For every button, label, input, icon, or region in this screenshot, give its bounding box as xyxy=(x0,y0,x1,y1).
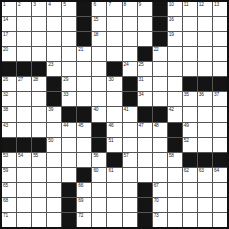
cell-r13c14[interactable] xyxy=(198,183,212,197)
cell-r7c12[interactable] xyxy=(168,92,182,106)
cell-r7c14[interactable]: 36 xyxy=(198,92,212,106)
cell-r7c9 xyxy=(123,92,137,106)
cell-r11c7[interactable]: 56 xyxy=(92,153,106,167)
clue-number: 16 xyxy=(169,17,174,22)
cell-r4c15[interactable] xyxy=(213,47,227,61)
cell-r5c12[interactable] xyxy=(168,62,182,76)
cell-r8c7[interactable]: 40 xyxy=(92,107,106,121)
cell-r11c4[interactable] xyxy=(47,153,61,167)
cell-r1c8[interactable]: 7 xyxy=(107,2,121,16)
cell-r11c11[interactable] xyxy=(153,153,167,167)
clue-number: 9 xyxy=(139,2,141,7)
cell-r3c9[interactable] xyxy=(123,32,137,46)
cell-r14c10 xyxy=(138,198,152,212)
clue-number: 26 xyxy=(3,77,8,82)
cell-r10c6[interactable] xyxy=(77,138,91,152)
cell-r1c15[interactable]: 13 xyxy=(213,2,227,16)
cell-r7c13[interactable]: 35 xyxy=(183,92,197,106)
cell-r1c5[interactable]: 5 xyxy=(62,2,76,16)
clue-number: 53 xyxy=(3,153,8,158)
cell-r5c6[interactable] xyxy=(77,62,91,76)
cell-r8c11 xyxy=(153,107,167,121)
cell-r4c7[interactable] xyxy=(92,47,106,61)
cell-r5c1 xyxy=(2,62,16,76)
clue-number: 19 xyxy=(169,32,174,37)
cell-r9c1[interactable]: 43 xyxy=(2,123,16,137)
cell-r7c4 xyxy=(47,92,61,106)
cell-r9c14[interactable] xyxy=(198,123,212,137)
cell-r6c5[interactable]: 29 xyxy=(62,77,76,91)
cell-r9c3[interactable] xyxy=(32,123,46,137)
cell-r12c6 xyxy=(77,168,91,182)
cell-r12c7[interactable]: 60 xyxy=(92,168,106,182)
clue-number: 51 xyxy=(108,138,113,143)
cell-r11c9[interactable]: 57 xyxy=(123,153,137,167)
clue-number: 10 xyxy=(169,2,174,7)
cell-r15c2[interactable] xyxy=(17,213,31,227)
cell-r14c12[interactable] xyxy=(168,198,182,212)
cell-r15c12[interactable] xyxy=(168,213,182,227)
cell-r3c13[interactable] xyxy=(183,32,197,46)
cell-r6c13 xyxy=(183,77,197,91)
cell-r14c7[interactable] xyxy=(92,198,106,212)
cell-r13c11[interactable]: 67 xyxy=(153,183,167,197)
cell-r1c9[interactable]: 8 xyxy=(123,2,137,16)
cell-r5c3 xyxy=(32,62,46,76)
clue-number: 45 xyxy=(78,123,83,128)
cell-r3c12[interactable]: 19 xyxy=(168,32,182,46)
cell-r10c1 xyxy=(2,138,16,152)
cell-r5c5[interactable] xyxy=(62,62,76,76)
cell-r14c8[interactable] xyxy=(107,198,121,212)
cell-r1c13[interactable]: 11 xyxy=(183,2,197,16)
clue-number: 4 xyxy=(48,2,50,7)
cell-r3c14[interactable] xyxy=(198,32,212,46)
clue-number: 63 xyxy=(199,168,204,173)
clue-number: 50 xyxy=(48,138,53,143)
clue-number: 2 xyxy=(18,2,20,7)
cell-r12c15[interactable]: 64 xyxy=(213,168,227,182)
cell-r7c1[interactable]: 32 xyxy=(2,92,16,106)
cell-r15c8[interactable] xyxy=(107,213,121,227)
cell-r8c3[interactable] xyxy=(32,107,46,121)
cell-r9c8[interactable]: 46 xyxy=(107,123,121,137)
clue-number: 71 xyxy=(3,213,8,218)
cell-r5c10[interactable]: 25 xyxy=(138,62,152,76)
cell-r7c15[interactable]: 37 xyxy=(213,92,227,106)
cell-r6c14 xyxy=(198,77,212,91)
cell-r2c11 xyxy=(153,17,167,31)
cell-r4c5[interactable] xyxy=(62,47,76,61)
cell-r11c8 xyxy=(107,153,121,167)
cell-r5c7[interactable] xyxy=(92,62,106,76)
clue-number: 73 xyxy=(154,213,159,218)
cell-r10c14[interactable] xyxy=(198,138,212,152)
clue-number: 67 xyxy=(154,183,159,188)
cell-r11c6[interactable] xyxy=(77,153,91,167)
cell-r10c11[interactable] xyxy=(153,138,167,152)
cell-r2c3[interactable] xyxy=(32,17,46,31)
cell-r12c12[interactable] xyxy=(168,168,182,182)
cell-r9c4[interactable] xyxy=(47,123,61,137)
cell-r4c12[interactable] xyxy=(168,47,182,61)
cell-r4c1[interactable]: 20 xyxy=(2,47,16,61)
cell-r2c5[interactable] xyxy=(62,17,76,31)
cell-r14c15[interactable] xyxy=(213,198,227,212)
cell-r9c9[interactable] xyxy=(123,123,137,137)
cell-r5c2 xyxy=(17,62,31,76)
cell-r2c2[interactable] xyxy=(17,17,31,31)
cell-r8c15[interactable] xyxy=(213,107,227,121)
cell-r13c5 xyxy=(62,183,76,197)
clue-number: 55 xyxy=(33,153,38,158)
cell-r12c9[interactable] xyxy=(123,168,137,182)
cell-r2c7[interactable]: 15 xyxy=(92,17,106,31)
clue-number: 60 xyxy=(93,168,98,173)
cell-r4c2[interactable] xyxy=(17,47,31,61)
cell-r13c7[interactable] xyxy=(92,183,106,197)
cell-r6c9 xyxy=(123,77,137,91)
cell-r4c13[interactable] xyxy=(183,47,197,61)
clue-number: 24 xyxy=(124,62,129,67)
cell-r11c1[interactable]: 53 xyxy=(2,153,16,167)
clue-number: 15 xyxy=(93,17,98,22)
cell-r15c15[interactable] xyxy=(213,213,227,227)
clue-number: 20 xyxy=(3,47,8,52)
cell-r13c6[interactable]: 66 xyxy=(77,183,91,197)
cell-r9c11[interactable]: 48 xyxy=(153,123,167,137)
cell-r10c2 xyxy=(17,138,31,152)
clue-number: 17 xyxy=(3,32,8,37)
cell-r2c4[interactable] xyxy=(47,17,61,31)
cell-r8c4[interactable]: 39 xyxy=(47,107,61,121)
cell-r6c11[interactable] xyxy=(153,77,167,91)
cell-r3c6 xyxy=(77,32,91,46)
cell-r4c6[interactable]: 21 xyxy=(77,47,91,61)
cell-r6c2[interactable]: 27 xyxy=(17,77,31,91)
clue-number: 40 xyxy=(93,107,98,112)
cell-r13c9[interactable] xyxy=(123,183,137,197)
cell-r9c15[interactable] xyxy=(213,123,227,137)
cell-r8c8[interactable] xyxy=(107,107,121,121)
cell-r8c13[interactable] xyxy=(183,107,197,121)
cell-r6c7[interactable] xyxy=(92,77,106,91)
cell-r15c13[interactable] xyxy=(183,213,197,227)
clue-number: 59 xyxy=(3,168,8,173)
clue-number: 8 xyxy=(124,2,126,7)
cell-r4c14[interactable] xyxy=(198,47,212,61)
cell-r1c2[interactable]: 2 xyxy=(17,2,31,16)
clue-number: 58 xyxy=(169,153,174,158)
cell-r14c2[interactable] xyxy=(17,198,31,212)
cell-r2c12[interactable]: 16 xyxy=(168,17,182,31)
cell-r4c8[interactable] xyxy=(107,47,121,61)
clue-number: 61 xyxy=(108,168,113,173)
cell-r13c2[interactable] xyxy=(17,183,31,197)
cell-r8c5 xyxy=(62,107,76,121)
cell-r1c11 xyxy=(153,2,167,16)
cell-r7c2[interactable] xyxy=(17,92,31,106)
cell-r9c10[interactable]: 47 xyxy=(138,123,152,137)
cell-r4c9[interactable] xyxy=(123,47,137,61)
cell-r3c3[interactable] xyxy=(32,32,46,46)
clue-number: 42 xyxy=(169,107,174,112)
cell-r15c7[interactable] xyxy=(92,213,106,227)
cell-r6c8[interactable]: 30 xyxy=(107,77,121,91)
cell-r2c13[interactable] xyxy=(183,17,197,31)
cell-r12c1[interactable]: 59 xyxy=(2,168,16,182)
cell-r15c10 xyxy=(138,213,152,227)
clue-number: 22 xyxy=(154,47,159,52)
clue-number: 65 xyxy=(3,183,8,188)
cell-r1c14[interactable]: 12 xyxy=(198,2,212,16)
cell-r12c11[interactable] xyxy=(153,168,167,182)
clue-number: 37 xyxy=(214,92,219,97)
clue-number: 44 xyxy=(63,123,68,128)
cell-r6c4 xyxy=(47,77,61,91)
clue-number: 36 xyxy=(199,92,204,97)
cell-r7c5[interactable]: 33 xyxy=(62,92,76,106)
clue-number: 62 xyxy=(184,168,189,173)
cell-r15c1[interactable]: 71 xyxy=(2,213,16,227)
clue-number: 5 xyxy=(63,2,65,7)
cell-r9c12 xyxy=(168,123,182,137)
clue-number: 1 xyxy=(3,2,5,7)
cell-r5c9[interactable]: 24 xyxy=(123,62,137,76)
cell-r6c6[interactable] xyxy=(77,77,91,91)
cell-r2c14[interactable] xyxy=(198,17,212,31)
clue-number: 70 xyxy=(154,198,159,203)
clue-number: 56 xyxy=(93,153,98,158)
cell-r14c1[interactable]: 68 xyxy=(2,198,16,212)
cell-r4c4[interactable] xyxy=(47,47,61,61)
cell-r14c9[interactable] xyxy=(123,198,137,212)
cell-r8c1[interactable]: 38 xyxy=(2,107,16,121)
cell-r10c9[interactable] xyxy=(123,138,137,152)
cell-r11c15 xyxy=(213,153,227,167)
cell-r11c10[interactable] xyxy=(138,153,152,167)
cell-r13c1[interactable]: 65 xyxy=(2,183,16,197)
cell-r10c5[interactable] xyxy=(62,138,76,152)
cell-r3c1[interactable]: 17 xyxy=(2,32,16,46)
cell-r7c7[interactable] xyxy=(92,92,106,106)
cell-r3c11 xyxy=(153,32,167,46)
cell-r13c8[interactable] xyxy=(107,183,121,197)
clue-number: 25 xyxy=(139,62,144,67)
cell-r6c3[interactable]: 28 xyxy=(32,77,46,91)
cell-r14c6[interactable]: 69 xyxy=(77,198,91,212)
cell-r8c6 xyxy=(77,107,91,121)
cell-r15c9[interactable] xyxy=(123,213,137,227)
clue-number: 66 xyxy=(78,183,83,188)
cell-r6c10[interactable]: 31 xyxy=(138,77,152,91)
cell-r2c8[interactable] xyxy=(107,17,121,31)
cell-r12c10[interactable] xyxy=(138,168,152,182)
cell-r15c4[interactable] xyxy=(47,213,61,227)
clue-number: 43 xyxy=(3,123,8,128)
clue-number: 47 xyxy=(139,123,144,128)
cell-r1c12[interactable]: 10 xyxy=(168,2,182,16)
clue-number: 72 xyxy=(78,213,83,218)
clue-number: 35 xyxy=(184,92,189,97)
clue-number: 23 xyxy=(48,62,53,67)
clue-number: 46 xyxy=(108,123,113,128)
clue-number: 52 xyxy=(184,138,189,143)
cell-r11c3[interactable]: 55 xyxy=(32,153,46,167)
clue-number: 57 xyxy=(124,153,129,158)
cell-r13c3[interactable] xyxy=(32,183,46,197)
cell-r8c12[interactable]: 42 xyxy=(168,107,182,121)
cell-r13c15[interactable] xyxy=(213,183,227,197)
cell-r13c10 xyxy=(138,183,152,197)
cell-r14c13[interactable] xyxy=(183,198,197,212)
cell-r10c3 xyxy=(32,138,46,152)
cell-r11c13 xyxy=(183,153,197,167)
clue-number: 33 xyxy=(63,92,68,97)
clue-number: 49 xyxy=(184,123,189,128)
cell-r5c8 xyxy=(107,62,121,76)
cell-r2c6 xyxy=(77,17,91,31)
cell-r10c12 xyxy=(168,138,182,152)
cell-r12c3[interactable] xyxy=(32,168,46,182)
cell-r10c4[interactable]: 50 xyxy=(47,138,61,152)
clue-number: 38 xyxy=(3,107,8,112)
cell-r11c5[interactable] xyxy=(62,153,76,167)
cell-r2c1[interactable]: 14 xyxy=(2,17,16,31)
cell-r6c1[interactable]: 26 xyxy=(2,77,16,91)
cell-r12c2[interactable] xyxy=(17,168,31,182)
cell-r2c9[interactable] xyxy=(123,17,137,31)
cell-r14c11[interactable]: 70 xyxy=(153,198,167,212)
cell-r7c11[interactable] xyxy=(153,92,167,106)
cell-r15c6[interactable]: 72 xyxy=(77,213,91,227)
cell-r15c3[interactable] xyxy=(32,213,46,227)
cell-r8c2[interactable] xyxy=(17,107,31,121)
cell-r12c8[interactable]: 61 xyxy=(107,168,121,182)
cell-r12c14[interactable]: 63 xyxy=(198,168,212,182)
cell-r5c14[interactable] xyxy=(198,62,212,76)
cell-r5c11[interactable] xyxy=(153,62,167,76)
clue-number: 64 xyxy=(214,168,219,173)
cell-r4c3[interactable] xyxy=(32,47,46,61)
cell-r3c5[interactable] xyxy=(62,32,76,46)
clue-number: 6 xyxy=(93,2,95,7)
cell-r3c4[interactable] xyxy=(47,32,61,46)
cell-r7c10[interactable]: 34 xyxy=(138,92,152,106)
clue-number: 3 xyxy=(33,2,35,7)
cell-r12c4[interactable] xyxy=(47,168,61,182)
cell-r9c7 xyxy=(92,123,106,137)
clue-number: 7 xyxy=(108,2,110,7)
clue-number: 28 xyxy=(33,77,38,82)
cell-r12c5[interactable] xyxy=(62,168,76,182)
cell-r13c4[interactable] xyxy=(47,183,61,197)
cell-r6c12[interactable] xyxy=(168,77,182,91)
clue-number: 34 xyxy=(139,92,144,97)
crossword-grid: 1234567891011121314151617181920212223242… xyxy=(0,0,229,229)
cell-r1c3[interactable]: 3 xyxy=(32,2,46,16)
cell-r9c13[interactable]: 49 xyxy=(183,123,197,137)
clue-number: 14 xyxy=(3,17,8,22)
clue-number: 18 xyxy=(93,32,98,37)
cell-r9c5[interactable]: 44 xyxy=(62,123,76,137)
clue-number: 21 xyxy=(78,47,83,52)
cell-r1c7[interactable]: 6 xyxy=(92,2,106,16)
cell-r5c15[interactable] xyxy=(213,62,227,76)
cell-r8c9[interactable]: 41 xyxy=(123,107,137,121)
cell-r8c10 xyxy=(138,107,152,121)
cell-r5c4[interactable]: 23 xyxy=(47,62,61,76)
cell-r10c7 xyxy=(92,138,106,152)
cell-r2c10[interactable] xyxy=(138,17,152,31)
cell-r4c10 xyxy=(138,47,152,61)
cell-r13c12[interactable] xyxy=(168,183,182,197)
cell-r14c3[interactable] xyxy=(32,198,46,212)
cell-r4c11[interactable]: 22 xyxy=(153,47,167,61)
cell-r10c15[interactable] xyxy=(213,138,227,152)
cell-r8c14[interactable] xyxy=(198,107,212,121)
cell-r15c11[interactable]: 73 xyxy=(153,213,167,227)
clue-number: 41 xyxy=(124,107,129,112)
cell-r1c10[interactable]: 9 xyxy=(138,2,152,16)
clue-number: 12 xyxy=(199,2,204,7)
clue-number: 32 xyxy=(3,92,8,97)
cell-r1c4[interactable]: 4 xyxy=(47,2,61,16)
cell-r14c4[interactable] xyxy=(47,198,61,212)
cell-r7c8[interactable] xyxy=(107,92,121,106)
cell-r1c6 xyxy=(77,2,91,16)
cell-r11c12[interactable]: 58 xyxy=(168,153,182,167)
clue-number: 69 xyxy=(78,198,83,203)
cell-r2c15[interactable] xyxy=(213,17,227,31)
cell-r13c13[interactable] xyxy=(183,183,197,197)
cell-r3c2[interactable] xyxy=(17,32,31,46)
cell-r5c13[interactable] xyxy=(183,62,197,76)
clue-number: 31 xyxy=(139,77,144,82)
clue-number: 68 xyxy=(3,198,8,203)
clue-number: 48 xyxy=(154,123,159,128)
clue-number: 13 xyxy=(214,2,219,7)
cell-r11c2[interactable]: 54 xyxy=(17,153,31,167)
clue-number: 54 xyxy=(18,153,23,158)
cell-r14c14[interactable] xyxy=(198,198,212,212)
cell-r10c8[interactable]: 51 xyxy=(107,138,121,152)
cell-r15c14[interactable] xyxy=(198,213,212,227)
clue-number: 30 xyxy=(108,77,113,82)
cell-r7c6[interactable] xyxy=(77,92,91,106)
clue-number: 29 xyxy=(63,77,68,82)
cell-r9c2[interactable] xyxy=(17,123,31,137)
cell-r3c15[interactable] xyxy=(213,32,227,46)
clue-number: 11 xyxy=(184,2,189,7)
clue-number: 27 xyxy=(18,77,23,82)
cell-r3c8[interactable] xyxy=(107,32,121,46)
cell-r15c5 xyxy=(62,213,76,227)
cell-r7c3[interactable] xyxy=(32,92,46,106)
cell-r10c13[interactable]: 52 xyxy=(183,138,197,152)
cell-r1c1[interactable]: 1 xyxy=(2,2,16,16)
cell-r9c6[interactable]: 45 xyxy=(77,123,91,137)
cell-r3c10[interactable] xyxy=(138,32,152,46)
cell-r10c10[interactable] xyxy=(138,138,152,152)
cell-r14c5 xyxy=(62,198,76,212)
cell-r6c15 xyxy=(213,77,227,91)
cell-r12c13[interactable]: 62 xyxy=(183,168,197,182)
cell-r11c14 xyxy=(198,153,212,167)
cell-r3c7[interactable]: 18 xyxy=(92,32,106,46)
clue-number: 39 xyxy=(48,107,53,112)
